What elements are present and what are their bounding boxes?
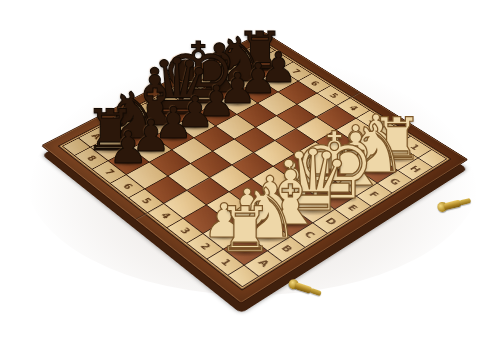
coord-label-rank-3-left: 3 xyxy=(167,218,202,242)
chess-set-photo: ABCDEFGH8877665544332211ABCDEFGH ♜♞♝♛♚♝♞… xyxy=(0,0,500,342)
coord-label-rank-5-left: 5 xyxy=(129,189,163,212)
band-corner xyxy=(228,265,258,285)
coord-label-rank-6-left: 6 xyxy=(110,175,143,197)
coord-text: 5 xyxy=(327,91,340,98)
square-a4[interactable] xyxy=(164,190,205,217)
piece-white-rook-a1[interactable]: ♜ xyxy=(214,200,276,262)
square-c5[interactable] xyxy=(191,151,231,176)
latch-hook-icon xyxy=(459,198,471,206)
coord-text: 4 xyxy=(158,210,172,219)
coord-text: 6 xyxy=(308,79,320,86)
piece-black-pawn-a7[interactable]: ♟ xyxy=(106,126,150,170)
square-b5[interactable] xyxy=(168,163,208,189)
latch-hook-icon xyxy=(310,288,322,296)
coord-label-rank-4-left: 4 xyxy=(148,203,182,226)
coord-text: 6 xyxy=(120,181,134,190)
coord-text: 5 xyxy=(139,196,153,205)
square-a5[interactable] xyxy=(145,176,186,202)
coord-text: 3 xyxy=(177,225,191,234)
